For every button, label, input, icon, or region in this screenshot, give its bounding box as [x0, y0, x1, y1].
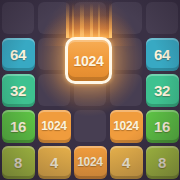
tile-1024: 1024 — [110, 110, 143, 143]
cell-r3c4[interactable]: 16 — [144, 108, 180, 144]
cell-r4c4[interactable]: 8 — [144, 144, 180, 180]
tile-32: 32 — [146, 74, 179, 107]
tile-8: 8 — [2, 146, 35, 179]
cell-r0c0[interactable] — [0, 0, 36, 36]
tile-32: 32 — [2, 74, 35, 107]
cell-background — [110, 2, 142, 34]
cell-r1c3[interactable] — [108, 36, 144, 72]
cell-r4c3[interactable]: 4 — [108, 144, 144, 180]
cell-background — [38, 2, 70, 34]
tile-4: 4 — [38, 146, 71, 179]
cell-r3c1[interactable]: 1024 — [36, 108, 72, 144]
tile-64: 64 — [2, 38, 35, 71]
cell-r4c0[interactable]: 8 — [0, 144, 36, 180]
tile-8: 8 — [146, 146, 179, 179]
game-stage: 6464323216102410241684102448 1024 — [0, 0, 180, 180]
cell-r2c3[interactable] — [108, 72, 144, 108]
cell-r3c2[interactable] — [72, 108, 108, 144]
cell-r2c4[interactable]: 32 — [144, 72, 180, 108]
cell-background — [74, 110, 106, 142]
cell-r2c0[interactable]: 32 — [0, 72, 36, 108]
cell-background — [2, 2, 34, 34]
tile-1024: 1024 — [74, 146, 107, 179]
cell-r1c0[interactable]: 64 — [0, 36, 36, 72]
cell-r0c1[interactable] — [36, 0, 72, 36]
cell-r4c1[interactable]: 4 — [36, 144, 72, 180]
cell-background — [38, 74, 70, 106]
tile-16: 16 — [146, 110, 179, 143]
cell-background — [74, 2, 106, 34]
cell-r0c3[interactable] — [108, 0, 144, 36]
cell-r4c2[interactable]: 1024 — [72, 144, 108, 180]
active-tile-1024[interactable]: 1024 — [65, 37, 112, 84]
cell-r0c2[interactable] — [72, 0, 108, 36]
cell-r3c3[interactable]: 1024 — [108, 108, 144, 144]
cell-r3c0[interactable]: 16 — [0, 108, 36, 144]
tile-64: 64 — [146, 38, 179, 71]
cell-background — [146, 2, 178, 34]
tile-1024: 1024 — [38, 110, 71, 143]
cell-r1c4[interactable]: 64 — [144, 36, 180, 72]
board: 6464323216102410241684102448 — [0, 0, 180, 180]
cell-r0c4[interactable] — [144, 0, 180, 36]
tile-4: 4 — [110, 146, 143, 179]
tile-16: 16 — [2, 110, 35, 143]
cell-background — [110, 74, 142, 106]
cell-background — [110, 38, 142, 70]
